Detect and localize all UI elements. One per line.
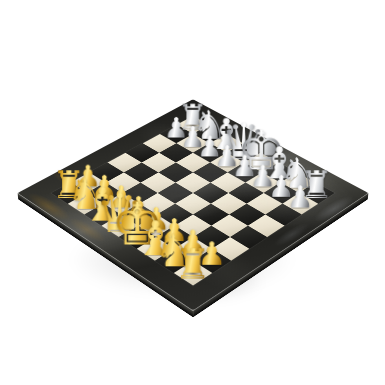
square-h1[interactable]: ♜♜ (173, 260, 211, 285)
square-f6[interactable] (228, 182, 263, 203)
chess-set-product-photo: ♜♜♞♞♝♝♛♛♚♚♝♝♞♞♜♜♟♟♟♟♟♟♟♟♟♟♟♟♟♟♟♟♟♟♟♟♟♟♟♟… (0, 0, 385, 385)
